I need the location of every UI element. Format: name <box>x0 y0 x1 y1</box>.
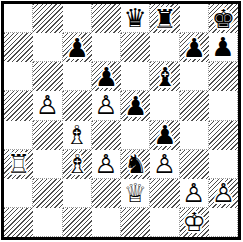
square-g8[interactable] <box>180 4 209 33</box>
square-d3[interactable]: ♟♙ <box>92 150 121 179</box>
black-bishop-icon: ♝♝ <box>150 62 179 91</box>
chess-board: ♛♛♜♜♚♚♟♟♟♟♟♟♟♟♝♝♟♙♟♙♟♟♝♗♟♟♜♖♝♗♟♙♞♞♟♙♛♕♟♙… <box>4 4 238 237</box>
square-g2[interactable]: ♟♙ <box>180 179 209 208</box>
square-a2[interactable] <box>4 179 33 208</box>
white-pawn-glyph: ♙ <box>92 150 120 178</box>
square-e2[interactable]: ♛♕ <box>121 179 150 208</box>
white-pawn-glyph: ♙ <box>180 179 208 207</box>
square-h8[interactable]: ♚♚ <box>209 4 238 33</box>
square-g5[interactable] <box>180 91 209 120</box>
square-e5[interactable]: ♟♟ <box>121 91 150 120</box>
square-f5[interactable] <box>150 91 179 120</box>
square-d7[interactable] <box>92 33 121 62</box>
square-h6[interactable] <box>209 62 238 91</box>
black-pawn-icon: ♟♟ <box>63 33 92 62</box>
square-c2[interactable] <box>63 179 92 208</box>
square-c7[interactable]: ♟♟ <box>63 33 92 62</box>
square-e7[interactable] <box>121 33 150 62</box>
black-queen-glyph: ♛ <box>121 4 149 32</box>
square-f8[interactable]: ♜♜ <box>150 4 179 33</box>
black-knight-icon: ♞♞ <box>121 150 150 179</box>
black-pawn-glyph: ♟ <box>92 62 121 91</box>
chess-diagram: ♛♛♜♜♚♚♟♟♟♟♟♟♟♟♝♝♟♙♟♙♟♟♝♗♟♟♜♖♝♗♟♙♞♞♟♙♛♕♟♙… <box>0 0 243 242</box>
square-a6[interactable] <box>4 62 33 91</box>
square-h4[interactable] <box>209 121 238 150</box>
white-bishop-icon: ♝♗ <box>63 121 91 149</box>
black-pawn-icon: ♟♟ <box>150 121 179 150</box>
black-pawn-glyph: ♟ <box>150 121 179 150</box>
square-b4[interactable] <box>33 121 62 150</box>
square-b6[interactable] <box>33 62 62 91</box>
white-pawn-glyph: ♙ <box>209 179 238 208</box>
black-pawn-icon: ♟♟ <box>121 91 150 120</box>
white-queen-glyph: ♕ <box>121 179 149 207</box>
black-pawn-glyph: ♟ <box>121 91 150 120</box>
square-e6[interactable] <box>121 62 150 91</box>
white-pawn-icon: ♟♙ <box>33 91 61 119</box>
square-h7[interactable]: ♟♟ <box>209 33 238 62</box>
square-g3[interactable] <box>180 150 209 179</box>
white-pawn-glyph: ♙ <box>92 91 120 119</box>
white-king-icon: ♚♔ <box>180 208 209 237</box>
black-bishop-glyph: ♝ <box>150 62 179 91</box>
white-bishop-glyph: ♗ <box>63 150 92 179</box>
square-e1[interactable] <box>121 208 150 237</box>
white-pawn-icon: ♟♙ <box>150 150 178 178</box>
square-h1[interactable] <box>209 208 238 237</box>
square-d1[interactable] <box>92 208 121 237</box>
square-a8[interactable] <box>4 4 33 33</box>
square-a7[interactable] <box>4 33 33 62</box>
white-pawn-icon: ♟♙ <box>92 150 120 178</box>
white-king-glyph: ♔ <box>180 208 209 237</box>
square-b8[interactable] <box>33 4 62 33</box>
white-bishop-glyph: ♗ <box>63 121 91 149</box>
square-c8[interactable] <box>63 4 92 33</box>
white-rook-icon: ♜♖ <box>4 150 33 179</box>
square-c1[interactable] <box>63 208 92 237</box>
square-e4[interactable] <box>121 121 150 150</box>
black-rook-icon: ♜♜ <box>150 4 179 33</box>
square-f3[interactable]: ♟♙ <box>150 150 179 179</box>
square-b2[interactable] <box>33 179 62 208</box>
square-c3[interactable]: ♝♗ <box>63 150 92 179</box>
white-rook-glyph: ♖ <box>4 150 33 179</box>
black-king-icon: ♚♚ <box>209 4 238 33</box>
black-queen-icon: ♛♛ <box>121 4 149 32</box>
black-pawn-icon: ♟♟ <box>92 62 121 91</box>
square-f1[interactable] <box>150 208 179 237</box>
black-pawn-icon: ♟♟ <box>209 33 237 61</box>
black-rook-glyph: ♜ <box>150 4 179 33</box>
square-f7[interactable] <box>150 33 179 62</box>
square-h3[interactable] <box>209 150 238 179</box>
square-a3[interactable]: ♜♖ <box>4 150 33 179</box>
black-knight-glyph: ♞ <box>121 150 150 179</box>
square-f2[interactable] <box>150 179 179 208</box>
black-pawn-icon: ♟♟ <box>180 33 209 62</box>
square-d2[interactable] <box>92 179 121 208</box>
square-g6[interactable] <box>180 62 209 91</box>
white-queen-icon: ♛♕ <box>121 179 149 207</box>
square-c6[interactable] <box>63 62 92 91</box>
square-e8[interactable]: ♛♛ <box>121 4 150 33</box>
square-d6[interactable]: ♟♟ <box>92 62 121 91</box>
square-b5[interactable]: ♟♙ <box>33 91 62 120</box>
square-h5[interactable] <box>209 91 238 120</box>
white-bishop-icon: ♝♗ <box>63 150 92 179</box>
square-g4[interactable] <box>180 121 209 150</box>
square-d5[interactable]: ♟♙ <box>92 91 121 120</box>
square-a4[interactable] <box>4 121 33 150</box>
white-pawn-glyph: ♙ <box>33 91 61 119</box>
board-frame: ♛♛♜♜♚♚♟♟♟♟♟♟♟♟♝♝♟♙♟♙♟♟♝♗♟♟♜♖♝♗♟♙♞♞♟♙♛♕♟♙… <box>1 1 241 240</box>
square-a5[interactable] <box>4 91 33 120</box>
white-pawn-icon: ♟♙ <box>92 91 120 119</box>
square-f4[interactable]: ♟♟ <box>150 121 179 150</box>
white-pawn-glyph: ♙ <box>150 150 178 178</box>
white-pawn-icon: ♟♙ <box>180 179 208 207</box>
square-b1[interactable] <box>33 208 62 237</box>
square-c5[interactable] <box>63 91 92 120</box>
square-d8[interactable] <box>92 4 121 33</box>
black-pawn-glyph: ♟ <box>180 33 209 62</box>
square-a1[interactable] <box>4 208 33 237</box>
square-d4[interactable] <box>92 121 121 150</box>
white-pawn-icon: ♟♙ <box>209 179 238 208</box>
square-h2[interactable]: ♟♙ <box>209 179 238 208</box>
square-e3[interactable]: ♞♞ <box>121 150 150 179</box>
square-g1[interactable]: ♚♔ <box>180 208 209 237</box>
square-b3[interactable] <box>33 150 62 179</box>
black-pawn-glyph: ♟ <box>63 33 92 62</box>
square-g7[interactable]: ♟♟ <box>180 33 209 62</box>
square-f6[interactable]: ♝♝ <box>150 62 179 91</box>
black-pawn-glyph: ♟ <box>209 33 237 61</box>
black-king-glyph: ♚ <box>209 4 238 33</box>
square-b7[interactable] <box>33 33 62 62</box>
square-c4[interactable]: ♝♗ <box>63 121 92 150</box>
